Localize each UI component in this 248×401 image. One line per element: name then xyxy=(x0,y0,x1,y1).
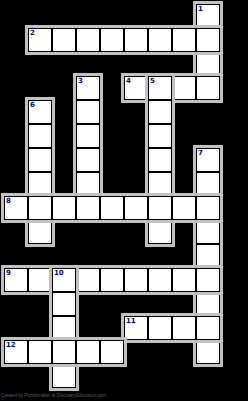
cell-r11-c5[interactable] xyxy=(124,268,148,292)
cell-r9-c8[interactable] xyxy=(196,220,220,244)
cell-r4-c6[interactable] xyxy=(148,100,172,124)
crossword-board: Created by Puzzlemaker at DiscoveryEduca… xyxy=(0,0,248,401)
word-10-down xyxy=(49,265,79,391)
cell-r14-c1[interactable] xyxy=(28,340,52,364)
cell-r4-c3[interactable] xyxy=(76,100,100,124)
cell-r1-c3[interactable] xyxy=(76,28,100,52)
cell-r15-c2[interactable] xyxy=(52,364,76,388)
cell-r6-c6[interactable] xyxy=(148,148,172,172)
cell-r11-c4[interactable] xyxy=(100,268,124,292)
cell-r8-c3[interactable] xyxy=(76,196,100,220)
cell-r1-c1[interactable] xyxy=(28,28,52,52)
cell-r8-c1[interactable] xyxy=(28,196,52,220)
word-11-across xyxy=(121,313,223,343)
cell-r5-c6[interactable] xyxy=(148,124,172,148)
cell-r3-c7[interactable] xyxy=(172,76,196,100)
cell-r8-c2[interactable] xyxy=(52,196,76,220)
word-2-across xyxy=(25,25,223,55)
watermark-text: Created by Puzzlemaker at DiscoveryEduca… xyxy=(1,393,106,398)
cell-r8-c4[interactable] xyxy=(100,196,124,220)
cell-r14-c8[interactable] xyxy=(196,340,220,364)
cell-r5-c1[interactable] xyxy=(28,124,52,148)
word-9-across xyxy=(1,265,223,295)
cell-r12-c2[interactable] xyxy=(52,292,76,316)
cell-r4-c1[interactable] xyxy=(28,100,52,124)
cell-r11-c8[interactable] xyxy=(196,268,220,292)
cell-r9-c6[interactable] xyxy=(148,220,172,244)
cell-r11-c6[interactable] xyxy=(148,268,172,292)
cell-r8-c6[interactable] xyxy=(148,196,172,220)
cell-r13-c8[interactable] xyxy=(196,316,220,340)
cell-r5-c3[interactable] xyxy=(76,124,100,148)
cell-r8-c0[interactable] xyxy=(4,196,28,220)
word-6-down xyxy=(25,97,55,247)
cell-r13-c7[interactable] xyxy=(172,316,196,340)
cell-r6-c8[interactable] xyxy=(196,148,220,172)
cell-r8-c8[interactable] xyxy=(196,196,220,220)
cell-r11-c0[interactable] xyxy=(4,268,28,292)
cell-r14-c2[interactable] xyxy=(52,340,76,364)
cell-r9-c1[interactable] xyxy=(28,220,52,244)
cell-r6-c1[interactable] xyxy=(28,148,52,172)
cell-r13-c5[interactable] xyxy=(124,316,148,340)
cell-r14-c3[interactable] xyxy=(76,340,100,364)
cell-r1-c8[interactable] xyxy=(196,28,220,52)
cell-r8-c5[interactable] xyxy=(124,196,148,220)
cell-r3-c6[interactable] xyxy=(148,76,172,100)
cell-r14-c4[interactable] xyxy=(100,340,124,364)
cell-r3-c3[interactable] xyxy=(76,76,100,100)
word-8-across xyxy=(1,193,223,223)
cell-r1-c4[interactable] xyxy=(100,28,124,52)
cell-r1-c5[interactable] xyxy=(124,28,148,52)
cell-r8-c7[interactable] xyxy=(172,196,196,220)
cell-r1-c2[interactable] xyxy=(52,28,76,52)
cell-r11-c2[interactable] xyxy=(52,268,76,292)
cell-r14-c0[interactable] xyxy=(4,340,28,364)
cell-r6-c3[interactable] xyxy=(76,148,100,172)
cell-r11-c3[interactable] xyxy=(76,268,100,292)
word-12-across xyxy=(1,337,127,367)
cell-r1-c7[interactable] xyxy=(172,28,196,52)
cell-r13-c6[interactable] xyxy=(148,316,172,340)
cell-r3-c8[interactable] xyxy=(196,76,220,100)
cell-r11-c7[interactable] xyxy=(172,268,196,292)
cell-r1-c6[interactable] xyxy=(148,28,172,52)
